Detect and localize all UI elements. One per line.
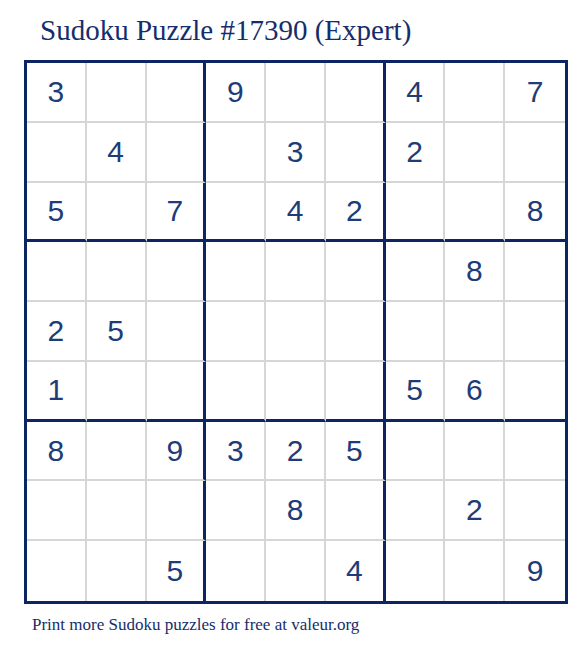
sudoku-cell-r8c8[interactable]: 2: [445, 481, 505, 541]
sudoku-cell-r6c8[interactable]: 6: [445, 362, 505, 422]
sudoku-cell-r6c7[interactable]: 5: [386, 362, 446, 422]
sudoku-cell-r5c6[interactable]: [326, 302, 386, 362]
sudoku-cell-r4c4[interactable]: [206, 242, 266, 302]
sudoku-cell-r1c1[interactable]: 3: [27, 63, 87, 123]
sudoku-cell-r2c5[interactable]: 3: [266, 123, 326, 183]
sudoku-cell-r1c3[interactable]: [147, 63, 207, 123]
sudoku-cell-r8c6[interactable]: [326, 481, 386, 541]
sudoku-cell-r7c8[interactable]: [445, 422, 505, 482]
sudoku-cell-r4c8[interactable]: 8: [445, 242, 505, 302]
sudoku-cell-r4c3[interactable]: [147, 242, 207, 302]
sudoku-cell-r2c2[interactable]: 4: [87, 123, 147, 183]
sudoku-cell-r2c7[interactable]: 2: [386, 123, 446, 183]
sudoku-cell-r9c9[interactable]: 9: [505, 541, 565, 601]
sudoku-cell-r3c9[interactable]: 8: [505, 183, 565, 243]
sudoku-cell-r4c5[interactable]: [266, 242, 326, 302]
sudoku-cell-r9c4[interactable]: [206, 541, 266, 601]
footer-text: Print more Sudoku puzzles for free at va…: [32, 615, 359, 635]
sudoku-cell-r2c4[interactable]: [206, 123, 266, 183]
sudoku-cell-r7c4[interactable]: 3: [206, 422, 266, 482]
sudoku-cell-r9c6[interactable]: 4: [326, 541, 386, 601]
sudoku-cell-r2c1[interactable]: [27, 123, 87, 183]
sudoku-cell-r1c5[interactable]: [266, 63, 326, 123]
sudoku-cell-r3c6[interactable]: 2: [326, 183, 386, 243]
sudoku-cell-r9c3[interactable]: 5: [147, 541, 207, 601]
sudoku-cell-r8c4[interactable]: [206, 481, 266, 541]
sudoku-cell-r9c8[interactable]: [445, 541, 505, 601]
sudoku-cell-r6c3[interactable]: [147, 362, 207, 422]
sudoku-cell-r2c3[interactable]: [147, 123, 207, 183]
page-title: Sudoku Puzzle #17390 (Expert): [40, 14, 411, 47]
sudoku-cell-r5c5[interactable]: [266, 302, 326, 362]
sudoku-cell-r3c8[interactable]: [445, 183, 505, 243]
sudoku-cell-r3c1[interactable]: 5: [27, 183, 87, 243]
sudoku-cell-r3c4[interactable]: [206, 183, 266, 243]
sudoku-cell-r5c1[interactable]: 2: [27, 302, 87, 362]
sudoku-cell-r9c2[interactable]: [87, 541, 147, 601]
sudoku-cell-r1c7[interactable]: 4: [386, 63, 446, 123]
sudoku-cell-r4c1[interactable]: [27, 242, 87, 302]
sudoku-cell-r9c5[interactable]: [266, 541, 326, 601]
sudoku-cell-r7c3[interactable]: 9: [147, 422, 207, 482]
sudoku-cell-r4c7[interactable]: [386, 242, 446, 302]
sudoku-cell-r5c7[interactable]: [386, 302, 446, 362]
sudoku-cell-r3c3[interactable]: 7: [147, 183, 207, 243]
sudoku-cell-r6c6[interactable]: [326, 362, 386, 422]
sudoku-cell-r5c2[interactable]: 5: [87, 302, 147, 362]
sudoku-cell-r7c7[interactable]: [386, 422, 446, 482]
sudoku-cell-r3c7[interactable]: [386, 183, 446, 243]
sudoku-cell-r3c5[interactable]: 4: [266, 183, 326, 243]
sudoku-cell-r8c9[interactable]: [505, 481, 565, 541]
sudoku-cell-r6c2[interactable]: [87, 362, 147, 422]
sudoku-cell-r6c9[interactable]: [505, 362, 565, 422]
sudoku-cell-r7c5[interactable]: 2: [266, 422, 326, 482]
sudoku-cell-r7c1[interactable]: 8: [27, 422, 87, 482]
sudoku-cell-r2c6[interactable]: [326, 123, 386, 183]
sudoku-cell-r4c9[interactable]: [505, 242, 565, 302]
sudoku-cell-r8c1[interactable]: [27, 481, 87, 541]
sudoku-cell-r9c1[interactable]: [27, 541, 87, 601]
sudoku-cell-r1c4[interactable]: 9: [206, 63, 266, 123]
sudoku-cell-r8c5[interactable]: 8: [266, 481, 326, 541]
sudoku-cell-r2c8[interactable]: [445, 123, 505, 183]
sudoku-cell-r1c2[interactable]: [87, 63, 147, 123]
sudoku-cell-r8c2[interactable]: [87, 481, 147, 541]
sudoku-cell-r1c6[interactable]: [326, 63, 386, 123]
sudoku-cell-r8c7[interactable]: [386, 481, 446, 541]
sudoku-cell-r7c2[interactable]: [87, 422, 147, 482]
sudoku-cell-r1c9[interactable]: 7: [505, 63, 565, 123]
sudoku-cell-r6c1[interactable]: 1: [27, 362, 87, 422]
sudoku-cell-r6c4[interactable]: [206, 362, 266, 422]
sudoku-cell-r9c7[interactable]: [386, 541, 446, 601]
sudoku-cell-r3c2[interactable]: [87, 183, 147, 243]
sudoku-cell-r8c3[interactable]: [147, 481, 207, 541]
sudoku-cell-r5c3[interactable]: [147, 302, 207, 362]
sudoku-cell-r5c4[interactable]: [206, 302, 266, 362]
sudoku-cell-r4c6[interactable]: [326, 242, 386, 302]
sudoku-cell-r1c8[interactable]: [445, 63, 505, 123]
sudoku-cell-r7c6[interactable]: 5: [326, 422, 386, 482]
sudoku-cell-r6c5[interactable]: [266, 362, 326, 422]
sudoku-cell-r4c2[interactable]: [87, 242, 147, 302]
sudoku-cell-r5c8[interactable]: [445, 302, 505, 362]
sudoku-grid: 3947432574288251568932582549: [24, 60, 568, 604]
sudoku-cell-r2c9[interactable]: [505, 123, 565, 183]
sudoku-cell-r7c9[interactable]: [505, 422, 565, 482]
sudoku-cell-r5c9[interactable]: [505, 302, 565, 362]
